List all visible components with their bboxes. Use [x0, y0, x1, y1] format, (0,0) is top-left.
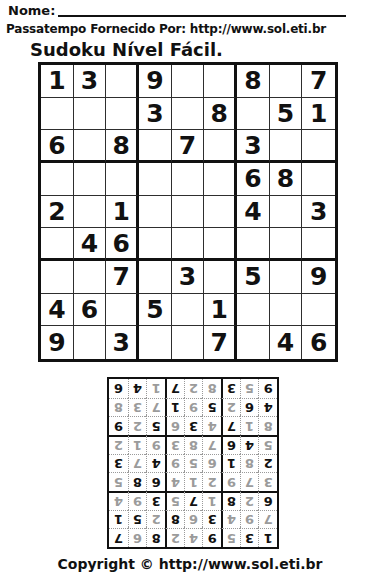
puzzle-cell-r1c1: 1 [41, 65, 74, 98]
puzzle-cell-r3c2[interactable] [74, 130, 107, 163]
solution-cell-r9c4: 8 [202, 379, 221, 398]
solution-cell-r2c1: 7 [258, 510, 277, 529]
puzzle-cell-r6c9[interactable] [302, 228, 335, 261]
puzzle-cell-r5c7: 4 [237, 196, 270, 229]
solution-cell-r7c1: 8 [258, 416, 277, 435]
puzzle-cell-r5c9: 3 [302, 196, 335, 229]
solution-cell-r1c9: 7 [109, 528, 128, 547]
solution-cell-r5c4: 6 [202, 454, 221, 473]
puzzle-cell-r1c6[interactable] [204, 65, 237, 98]
page: Nome: Passatempo Fornecido Por: http://w… [0, 0, 380, 585]
solution-cell-r4c3: 9 [221, 472, 240, 491]
solution-cell-r7c5: 3 [184, 416, 203, 435]
solution-cell-r9c9: 6 [109, 379, 128, 398]
provider-text: Passatempo Fornecido Por: http://www.sol… [6, 22, 326, 36]
puzzle-cell-r1c4: 9 [139, 65, 172, 98]
solution-cell-r8c5: 9 [184, 398, 203, 417]
solution-cell-r8c3: 2 [221, 398, 240, 417]
solution-cell-r8c6: 1 [165, 398, 184, 417]
puzzle-cell-r6c1[interactable] [41, 228, 74, 261]
puzzle-cell-r6c2: 4 [74, 228, 107, 261]
puzzle-cell-r8c5[interactable] [172, 294, 205, 327]
puzzle-cell-r7c8[interactable] [270, 261, 303, 294]
solution-cell-r6c3: 6 [221, 435, 240, 454]
puzzle-cell-r5c8[interactable] [270, 196, 303, 229]
puzzle-cell-r3c8[interactable] [270, 130, 303, 163]
solution-cell-r3c7: 3 [146, 491, 165, 510]
solution-cell-r5c1: 2 [258, 454, 277, 473]
puzzle-cell-r7c1[interactable] [41, 261, 74, 294]
solution-cell-r2c2: 9 [240, 510, 259, 529]
puzzle-cell-r7c7: 5 [237, 261, 270, 294]
puzzle-cell-r2c2[interactable] [74, 98, 107, 131]
name-blank-line[interactable] [58, 15, 346, 17]
solution-cell-r7c7: 5 [146, 416, 165, 435]
solution-cell-r9c3: 3 [221, 379, 240, 398]
solution-cell-r7c3: 7 [221, 416, 240, 435]
solution-cell-r4c4: 2 [202, 472, 221, 491]
solution-cell-r8c4: 5 [202, 398, 221, 417]
solution-cell-r1c6: 2 [165, 528, 184, 547]
puzzle-cell-r9c3: 3 [106, 326, 139, 359]
solution-cell-r3c6: 5 [165, 491, 184, 510]
puzzle-cell-r4c4[interactable] [139, 163, 172, 196]
puzzle-cell-r9c7[interactable] [237, 326, 270, 359]
puzzle-cell-r5c4[interactable] [139, 196, 172, 229]
puzzle-cell-r8c4: 5 [139, 294, 172, 327]
puzzle-cell-r3c1: 6 [41, 130, 74, 163]
solution-cell-r2c8: 5 [128, 510, 147, 529]
solution-cell-r5c3: 1 [221, 454, 240, 473]
puzzle-cell-r4c5[interactable] [172, 163, 205, 196]
solution-cell-r3c2: 2 [240, 491, 259, 510]
puzzle-cell-r9c4[interactable] [139, 326, 172, 359]
puzzle-cell-r5c5[interactable] [172, 196, 205, 229]
name-field-row: Nome: [8, 3, 346, 18]
solution-cell-r3c9: 4 [109, 491, 128, 510]
solution-cell-r6c4: 7 [202, 435, 221, 454]
solution-cell-r6c1: 5 [258, 435, 277, 454]
puzzle-cell-r4c2[interactable] [74, 163, 107, 196]
solution-cell-r8c1: 4 [258, 398, 277, 417]
puzzle-cell-r5c3: 1 [106, 196, 139, 229]
puzzle-cell-r9c6: 7 [204, 326, 237, 359]
solution-cell-r1c8: 6 [128, 528, 147, 547]
puzzle-cell-r3c6[interactable] [204, 130, 237, 163]
puzzle-cell-r7c9: 9 [302, 261, 335, 294]
solution-cell-r2c6: 8 [165, 510, 184, 529]
solution-cell-r6c7: 9 [146, 435, 165, 454]
puzzle-cell-r3c4[interactable] [139, 130, 172, 163]
puzzle-cell-r6c8[interactable] [270, 228, 303, 261]
puzzle-cell-r2c4: 3 [139, 98, 172, 131]
solution-cell-r1c1: 1 [258, 528, 277, 547]
puzzle-cell-r5c2[interactable] [74, 196, 107, 229]
puzzle-cell-r4c8: 8 [270, 163, 303, 196]
puzzle-cell-r8c7[interactable] [237, 294, 270, 327]
copyright-text: Copyright © http://www.sol.eti.br [0, 556, 380, 572]
solution-cell-r3c5: 7 [184, 491, 203, 510]
puzzle-cell-r6c7[interactable] [237, 228, 270, 261]
solution-cell-r8c2: 6 [240, 398, 259, 417]
page-title: Sudoku Nível Fácil. [30, 39, 223, 60]
puzzle-cell-r3c9[interactable] [302, 130, 335, 163]
puzzle-cell-r7c2[interactable] [74, 261, 107, 294]
puzzle-cell-r9c5[interactable] [172, 326, 205, 359]
puzzle-cell-r9c2[interactable] [74, 326, 107, 359]
solution-cell-r2c7: 2 [146, 510, 165, 529]
puzzle-cell-r9c9: 6 [302, 326, 335, 359]
name-label: Nome: [8, 3, 55, 18]
solution-cell-r5c6: 9 [165, 454, 184, 473]
puzzle-cell-r5c1: 2 [41, 196, 74, 229]
puzzle-cell-r8c3[interactable] [106, 294, 139, 327]
solution-cell-r2c3: 4 [221, 510, 240, 529]
solution-cell-r8c8: 3 [128, 398, 147, 417]
solution-cell-r2c5: 6 [184, 510, 203, 529]
solution-cell-r5c9: 3 [109, 454, 128, 473]
solution-cell-r3c3: 8 [221, 491, 240, 510]
solution-cell-r6c6: 3 [165, 435, 184, 454]
puzzle-cell-r3c5: 7 [172, 130, 205, 163]
solution-cell-r7c4: 4 [202, 416, 221, 435]
puzzle-cell-r8c9[interactable] [302, 294, 335, 327]
solution-cell-r8c7: 7 [146, 398, 165, 417]
puzzle-cell-r7c6[interactable] [204, 261, 237, 294]
puzzle-cell-r3c7: 3 [237, 130, 270, 163]
puzzle-cell-r6c6[interactable] [204, 228, 237, 261]
puzzle-cell-r1c3[interactable] [106, 65, 139, 98]
puzzle-cell-r2c3[interactable] [106, 98, 139, 131]
solution-grid: 1359428677943682516281753943792146852816… [107, 377, 279, 549]
puzzle-cell-r2c5[interactable] [172, 98, 205, 131]
puzzle-cell-r8c2: 6 [74, 294, 107, 327]
puzzle-cell-r6c3: 6 [106, 228, 139, 261]
solution-cell-r8c9: 8 [109, 398, 128, 417]
solution-cell-r1c7: 8 [146, 528, 165, 547]
puzzle-cell-r8c1: 4 [41, 294, 74, 327]
solution-cell-r4c6: 4 [165, 472, 184, 491]
puzzle-cell-r9c1: 9 [41, 326, 74, 359]
solution-cell-r2c9: 1 [109, 510, 128, 529]
puzzle-cell-r6c4[interactable] [139, 228, 172, 261]
puzzle-cell-r4c9[interactable] [302, 163, 335, 196]
solution-cell-r9c7: 1 [146, 379, 165, 398]
puzzle-cell-r7c4[interactable] [139, 261, 172, 294]
solution-cell-r6c2: 4 [240, 435, 259, 454]
solution-cell-r6c8: 1 [128, 435, 147, 454]
solution-cell-r1c4: 9 [202, 528, 221, 547]
solution-cell-r4c2: 7 [240, 472, 259, 491]
solution-cell-r9c8: 4 [128, 379, 147, 398]
puzzle-cell-r4c7: 6 [237, 163, 270, 196]
puzzle-cell-r7c5: 3 [172, 261, 205, 294]
puzzle-cell-r1c2: 3 [74, 65, 107, 98]
solution-cell-r4c1: 3 [258, 472, 277, 491]
solution-cell-r1c3: 5 [221, 528, 240, 547]
solution-cell-r2c4: 3 [202, 510, 221, 529]
puzzle-cell-r9c8: 4 [270, 326, 303, 359]
solution-cell-r1c2: 3 [240, 528, 259, 547]
puzzle-cell-r2c7[interactable] [237, 98, 270, 131]
solution-cell-r7c9: 9 [109, 416, 128, 435]
solution-cell-r7c6: 6 [165, 416, 184, 435]
puzzle-cell-r2c9: 1 [302, 98, 335, 131]
solution-cell-r9c6: 7 [165, 379, 184, 398]
solution-cell-r9c5: 2 [184, 379, 203, 398]
solution-cell-r5c7: 4 [146, 454, 165, 473]
solution-cell-r4c5: 1 [184, 472, 203, 491]
solution-cell-r9c1: 9 [258, 379, 277, 398]
puzzle-cell-r1c5[interactable] [172, 65, 205, 98]
puzzle-cell-r2c1[interactable] [41, 98, 74, 131]
solution-cell-r5c5: 5 [184, 454, 203, 473]
puzzle-cell-r2c6: 8 [204, 98, 237, 131]
solution-cell-r7c8: 2 [128, 416, 147, 435]
solution-cell-r6c9: 2 [109, 435, 128, 454]
puzzle-grid: 1398738516873682143467359465193746 [38, 62, 338, 362]
puzzle-cell-r1c9: 7 [302, 65, 335, 98]
puzzle-cell-r4c6[interactable] [204, 163, 237, 196]
solution-cell-r4c9: 5 [109, 472, 128, 491]
puzzle-cell-r2c8: 5 [270, 98, 303, 131]
solution-cell-r5c2: 8 [240, 454, 259, 473]
puzzle-cell-r8c8[interactable] [270, 294, 303, 327]
solution-cell-r6c5: 8 [184, 435, 203, 454]
puzzle-cell-r5c6[interactable] [204, 196, 237, 229]
solution-cell-r3c1: 6 [258, 491, 277, 510]
solution-cell-r5c8: 7 [128, 454, 147, 473]
puzzle-cell-r4c1[interactable] [41, 163, 74, 196]
solution-cell-r7c2: 1 [240, 416, 259, 435]
solution-cell-r4c8: 8 [128, 472, 147, 491]
puzzle-cell-r6c5[interactable] [172, 228, 205, 261]
solution-cell-r1c5: 4 [184, 528, 203, 547]
puzzle-cell-r1c7: 8 [237, 65, 270, 98]
puzzle-cell-r1c8[interactable] [270, 65, 303, 98]
solution-cell-r3c8: 9 [128, 491, 147, 510]
solution-cell-r3c4: 1 [202, 491, 221, 510]
puzzle-cell-r7c3: 7 [106, 261, 139, 294]
puzzle-cell-r3c3: 8 [106, 130, 139, 163]
solution-cell-r4c7: 6 [146, 472, 165, 491]
solution-cell-r9c2: 5 [240, 379, 259, 398]
puzzle-cell-r8c6: 1 [204, 294, 237, 327]
puzzle-cell-r4c3[interactable] [106, 163, 139, 196]
